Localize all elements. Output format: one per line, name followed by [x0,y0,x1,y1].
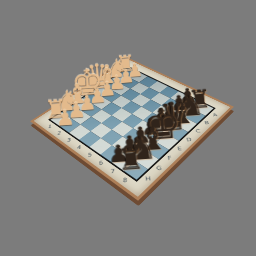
black-rook-h8[interactable]: ♜ [99,143,161,176]
board-3d: ABCDEFGH 12345678 ♜♟♟♜♞♟♟♞♝♟♟♝♛♟♟♛♚♟♟♚♝♟… [30,58,234,201]
scene-rotation: ABCDEFGH 12345678 ♜♟♟♜♞♟♟♞♝♟♟♝♛♟♟♛♚♟♟♚♝♟… [0,0,256,256]
rank-label-4: 4 [71,142,88,152]
chess-board: ABCDEFGH 12345678 ♜♟♟♜♞♟♟♞♝♟♟♝♛♟♟♛♚♟♟♚♝♟… [30,58,234,201]
white-pawn-h2[interactable]: ♟ [38,106,92,131]
render-canvas: ABCDEFGH 12345678 ♜♟♟♜♞♟♟♞♝♟♟♝♛♟♟♛♚♟♟♚♝♟… [0,0,256,256]
board-grid: ♜♟♟♜♞♟♟♞♝♟♟♝♛♟♟♛♚♟♟♚♝♟♟♝♞♟♟♞♜♟♟♜ [50,67,213,179]
